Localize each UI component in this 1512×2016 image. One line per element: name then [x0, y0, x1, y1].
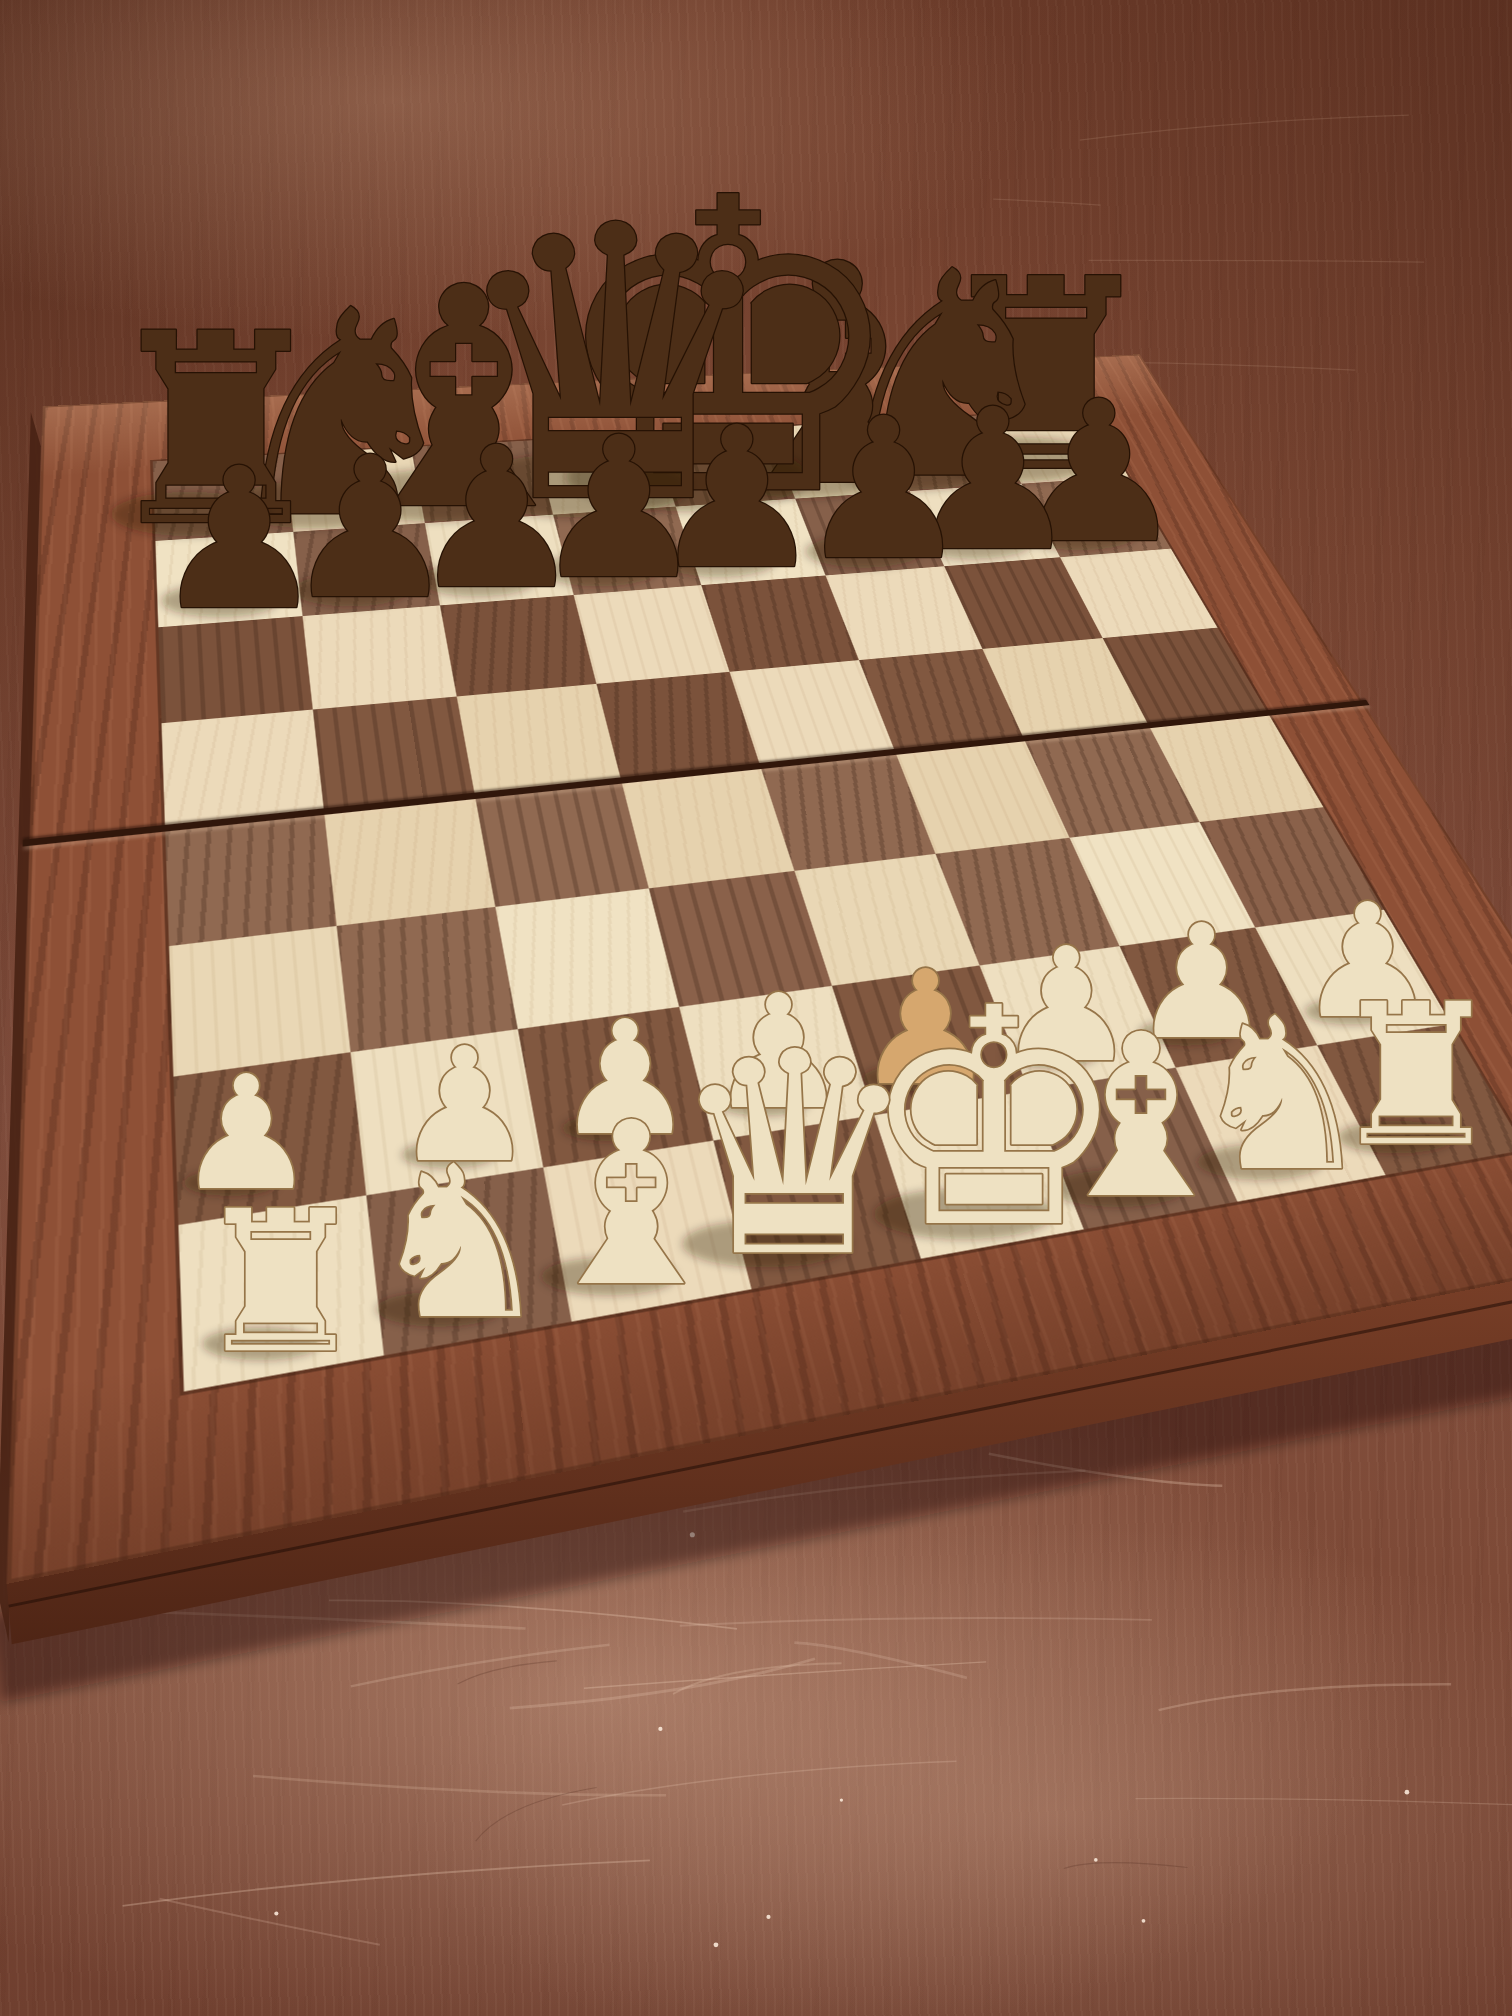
piece-white-bishop-c1: ♝	[530, 1074, 732, 1336]
piece-black-pawn-a7: ♟	[152, 426, 327, 653]
piece-white-rook-a1: ♜	[193, 1169, 368, 1396]
pieces-layer: ♜♞♝♚♛♝♞♜♟♟♟♟♟♟♟♟♟♟♟♟♟♟♜♟♞♟♝♚♛♝♞♜	[0, 0, 1512, 2016]
photo-scene: ♜♞♝♚♛♝♞♜♟♟♟♟♟♟♟♟♟♟♟♟♟♟♜♟♞♟♝♚♛♝♞♜	[0, 0, 1512, 2016]
piece-white-knight-b1: ♞	[366, 1121, 554, 1366]
